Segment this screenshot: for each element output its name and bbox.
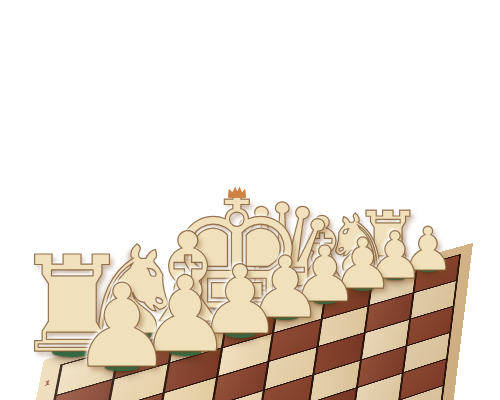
- chess-set-photo: hgfedcba12345678 ♜♞♝♚♛♝♞♜♟♟♟♟♟♟♟♟: [0, 0, 500, 400]
- piece-white-pawn-h2[interactable]: ♟: [122, 269, 225, 384]
- white-pawn-glyph: ♟: [70, 269, 173, 384]
